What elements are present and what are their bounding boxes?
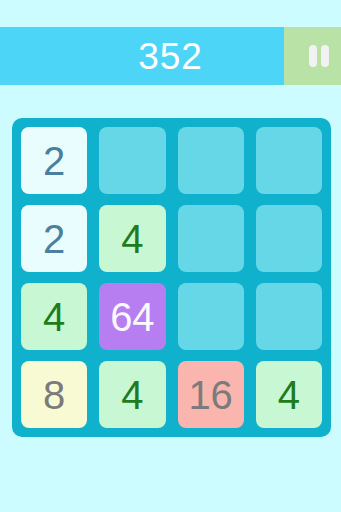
pause-bar xyxy=(309,45,317,67)
tile-4: 4 xyxy=(99,361,165,428)
empty-cell xyxy=(99,127,165,194)
tile-2: 2 xyxy=(21,205,87,272)
pause-icon xyxy=(309,45,329,67)
tile-16: 16 xyxy=(178,361,244,428)
tile-64: 64 xyxy=(99,283,165,350)
empty-cell xyxy=(178,283,244,350)
tile-4: 4 xyxy=(256,361,322,428)
score-bar: 352 xyxy=(0,27,341,85)
app-screen: 352 22446484164 xyxy=(0,0,341,512)
pause-bar xyxy=(321,45,329,67)
empty-cell xyxy=(256,283,322,350)
tile-4: 4 xyxy=(99,205,165,272)
empty-cell xyxy=(256,127,322,194)
tile-4: 4 xyxy=(21,283,87,350)
tile-8: 8 xyxy=(21,361,87,428)
tile-2: 2 xyxy=(21,127,87,194)
empty-cell xyxy=(256,205,322,272)
score-value: 352 xyxy=(138,38,203,75)
board[interactable]: 22446484164 xyxy=(12,118,331,437)
empty-cell xyxy=(178,205,244,272)
empty-cell xyxy=(178,127,244,194)
pause-button[interactable] xyxy=(284,27,341,85)
